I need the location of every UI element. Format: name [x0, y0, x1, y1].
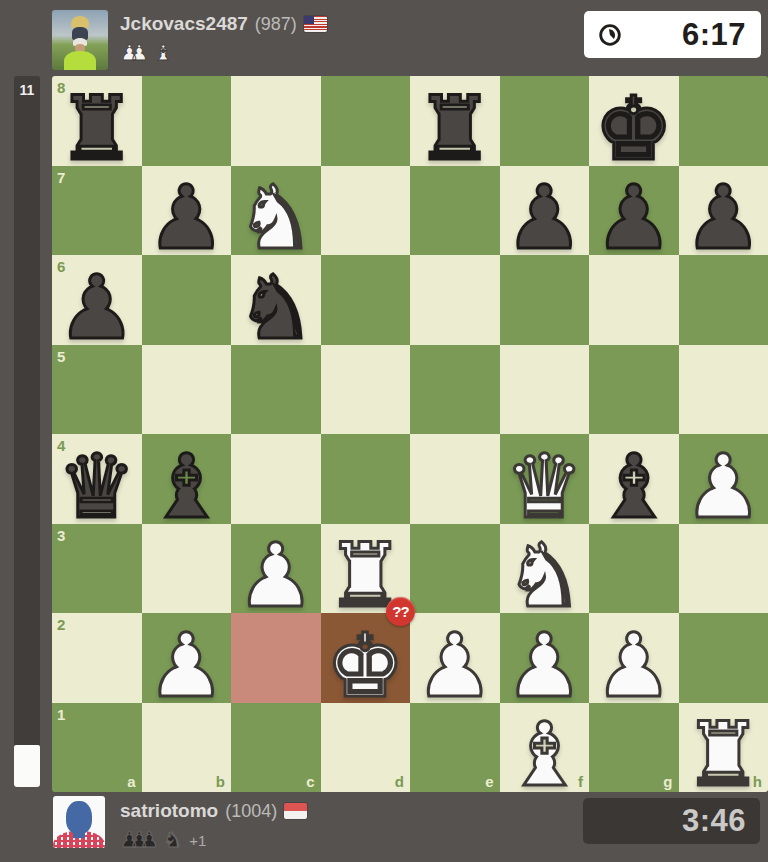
- square-g8[interactable]: ♚: [589, 76, 679, 166]
- square-a7[interactable]: 7: [52, 166, 142, 256]
- square-e5[interactable]: [410, 345, 500, 435]
- square-f8[interactable]: [500, 76, 590, 166]
- black-king-g8: ♚: [594, 85, 673, 173]
- square-b8[interactable]: [142, 76, 232, 166]
- evaluation-bar-white-portion: [14, 745, 40, 787]
- captured-pieces-top: ♟♟♝: [120, 42, 327, 64]
- square-g7[interactable]: ♟: [589, 166, 679, 256]
- square-d4[interactable]: [321, 434, 411, 524]
- black-queen-a4: ♛: [57, 443, 136, 531]
- square-h5[interactable]: [679, 345, 768, 435]
- file-label-b: b: [216, 774, 225, 789]
- square-g4[interactable]: ♝: [589, 434, 679, 524]
- square-f2[interactable]: ♟: [500, 613, 590, 703]
- square-d6[interactable]: [321, 255, 411, 345]
- us-flag-icon: [304, 16, 327, 32]
- black-bishop-b4: ♝: [147, 443, 226, 531]
- evaluation-bar: 11: [14, 76, 40, 787]
- file-label-d: d: [395, 774, 404, 789]
- square-d5[interactable]: [321, 345, 411, 435]
- chess-board: 8♜♜♚7♟♞♟♟♟6♟♞54♛♝♛♝♟3♟♜♞2♟♚♟♟♟1abcdef♝gh…: [52, 76, 768, 792]
- rank-label-7: 7: [57, 170, 65, 185]
- white-knight-c7: ♞: [236, 174, 315, 262]
- white-knight-f3: ♞: [505, 532, 584, 620]
- square-b7[interactable]: ♟: [142, 166, 232, 256]
- square-h1[interactable]: h♜: [679, 703, 768, 793]
- avatar-photo-detail: [64, 51, 96, 70]
- square-f3[interactable]: ♞: [500, 524, 590, 614]
- square-d2[interactable]: ♚: [321, 613, 411, 703]
- square-f7[interactable]: ♟: [500, 166, 590, 256]
- top-player-clock: 6:17: [584, 11, 761, 58]
- rank-label-2: 2: [57, 617, 65, 632]
- clock-time: 6:17: [623, 17, 761, 53]
- captured-piece-group: ♟♟: [120, 43, 149, 64]
- square-e2[interactable]: ♟: [410, 613, 500, 703]
- captured-pieces-bottom: ♟♟♟♞+1: [120, 829, 307, 851]
- file-label-a: a: [127, 774, 135, 789]
- square-a8[interactable]: 8♜: [52, 76, 142, 166]
- square-e1[interactable]: e: [410, 703, 500, 793]
- square-e8[interactable]: ♜: [410, 76, 500, 166]
- bottom-player-clock: 3:46: [583, 798, 760, 844]
- square-b2[interactable]: ♟: [142, 613, 232, 703]
- player-name[interactable]: satriotomo: [120, 800, 218, 822]
- square-c7[interactable]: ♞: [231, 166, 321, 256]
- square-c3[interactable]: ♟: [231, 524, 321, 614]
- white-pawn-e2: ♟: [415, 622, 494, 710]
- captured-piece-group: ♟♟♟: [120, 830, 158, 851]
- square-b3[interactable]: [142, 524, 232, 614]
- square-h2[interactable]: [679, 613, 768, 703]
- square-h4[interactable]: ♟: [679, 434, 768, 524]
- square-d3[interactable]: ♜: [321, 524, 411, 614]
- avatar-head: [66, 801, 92, 834]
- rank-label-3: 3: [57, 528, 65, 543]
- black-pawn-b7: ♟: [147, 174, 226, 262]
- square-b4[interactable]: ♝: [142, 434, 232, 524]
- rank-label-1: 1: [57, 707, 65, 722]
- player-rating: (987): [255, 13, 297, 35]
- square-g5[interactable]: [589, 345, 679, 435]
- white-pawn-c3: ♟: [236, 532, 315, 620]
- material-advantage: +1: [189, 832, 206, 849]
- square-e7[interactable]: [410, 166, 500, 256]
- evaluation-score: 11: [14, 82, 40, 98]
- square-g3[interactable]: [589, 524, 679, 614]
- square-e6[interactable]: [410, 255, 500, 345]
- square-b6[interactable]: [142, 255, 232, 345]
- square-c2[interactable]: [231, 613, 321, 703]
- white-pawn-b2: ♟: [147, 622, 226, 710]
- square-h6[interactable]: [679, 255, 768, 345]
- square-a2[interactable]: 2: [52, 613, 142, 703]
- captured-piece-group: ♝: [154, 43, 173, 64]
- black-pawn-g7: ♟: [594, 174, 673, 262]
- square-h7[interactable]: ♟: [679, 166, 768, 256]
- square-a3[interactable]: 3: [52, 524, 142, 614]
- square-d1[interactable]: d: [321, 703, 411, 793]
- square-c5[interactable]: [231, 345, 321, 435]
- indonesia-flag-icon: [284, 803, 307, 819]
- square-a4[interactable]: 4♛: [52, 434, 142, 524]
- captured-piece-group: ♞: [163, 830, 182, 851]
- bottom-player-info: satriotomo (1004) ♟♟♟♞+1: [120, 800, 307, 851]
- black-knight-c6: ♞: [236, 264, 315, 352]
- rank-label-5: 5: [57, 349, 65, 364]
- square-f1[interactable]: f♝: [500, 703, 590, 793]
- white-pawn-g2: ♟: [594, 622, 673, 710]
- square-c6[interactable]: ♞: [231, 255, 321, 345]
- black-bishop-g4: ♝: [594, 443, 673, 531]
- square-f5[interactable]: [500, 345, 590, 435]
- square-c8[interactable]: [231, 76, 321, 166]
- square-d8[interactable]: [321, 76, 411, 166]
- square-f4[interactable]: ♛: [500, 434, 590, 524]
- player-name[interactable]: Jckovacs2487: [120, 13, 248, 35]
- square-b5[interactable]: [142, 345, 232, 435]
- white-bishop-f1: ♝: [505, 711, 584, 792]
- player-rating: (1004): [225, 800, 277, 822]
- white-king-d2: ♚: [326, 622, 405, 710]
- square-a5[interactable]: 5: [52, 345, 142, 435]
- square-g6[interactable]: [589, 255, 679, 345]
- square-h3[interactable]: [679, 524, 768, 614]
- file-label-g: g: [663, 774, 672, 789]
- top-player-info: Jckovacs2487 (987) ♟♟♝: [120, 13, 327, 64]
- avatar[interactable]: [53, 796, 105, 848]
- square-f6[interactable]: [500, 255, 590, 345]
- avatar[interactable]: [52, 10, 108, 70]
- square-a1[interactable]: 1a: [52, 703, 142, 793]
- black-rook-e8: ♜: [415, 85, 494, 173]
- square-h8[interactable]: [679, 76, 768, 166]
- square-e3[interactable]: [410, 524, 500, 614]
- square-b1[interactable]: b: [142, 703, 232, 793]
- square-e4[interactable]: [410, 434, 500, 524]
- clock-time: 3:46: [583, 803, 760, 839]
- square-g1[interactable]: g: [589, 703, 679, 793]
- black-pawn-a6: ♟: [57, 264, 136, 352]
- black-rook-a8: ♜: [57, 85, 136, 173]
- square-c1[interactable]: c: [231, 703, 321, 793]
- white-pawn-h4: ♟: [684, 443, 763, 531]
- clock-icon: [597, 22, 623, 48]
- file-label-e: e: [485, 774, 493, 789]
- square-a6[interactable]: 6♟: [52, 255, 142, 345]
- square-c4[interactable]: [231, 434, 321, 524]
- game-screen: 11 Jckovacs2487 (987) ♟♟♝ 6:17 8♜♜♚7♟♞♟♟…: [0, 0, 768, 862]
- white-pawn-f2: ♟: [505, 622, 584, 710]
- white-rook-d3: ♜: [326, 532, 405, 620]
- black-pawn-h7: ♟: [684, 174, 763, 262]
- white-queen-f4: ♛: [505, 443, 584, 531]
- white-rook-h1: ♜: [684, 711, 763, 792]
- square-d7[interactable]: [321, 166, 411, 256]
- black-pawn-f7: ♟: [505, 174, 584, 262]
- file-label-c: c: [306, 774, 314, 789]
- square-g2[interactable]: ♟: [589, 613, 679, 703]
